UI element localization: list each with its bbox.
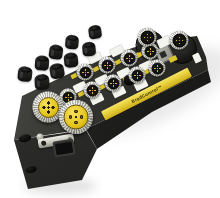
protective-cap: [17, 66, 33, 83]
yellow-socket-insert: [38, 97, 59, 118]
port-pin-face: [151, 62, 163, 74]
port-pin-face: [101, 59, 113, 71]
yellow-pin-insert: [64, 105, 89, 130]
protective-cap: [49, 62, 66, 80]
m12-bus-port: [138, 28, 157, 47]
power-connector-male: [59, 100, 93, 134]
m12-io-port: [149, 60, 166, 77]
protective-cap: [63, 52, 78, 68]
protective-cap: [82, 41, 96, 56]
product-photo-scene: BradControl™: [0, 0, 220, 198]
port-pin-face: [79, 66, 91, 78]
m12-io-port: [129, 67, 146, 84]
connector-recess: [52, 138, 75, 157]
port-pin-face: [107, 77, 119, 89]
protective-cap: [34, 74, 50, 91]
protective-cap: [65, 34, 79, 49]
m12-io-port: [121, 50, 138, 67]
m12-io-port: [99, 57, 116, 74]
port-pin-face: [86, 84, 98, 96]
port-pin-face: [131, 69, 143, 81]
protective-cap: [88, 24, 103, 39]
m12-bus-port: [170, 31, 189, 50]
m12-io-port: [77, 64, 94, 81]
port-pin-face: [144, 45, 156, 57]
port-pin-face: [123, 52, 135, 64]
protective-cap: [48, 44, 64, 60]
port-pin-face: [172, 33, 186, 47]
port-pin-face: [140, 30, 154, 44]
protective-cap: [34, 55, 49, 71]
m12-io-port: [84, 82, 101, 99]
m12-io-port: [105, 75, 122, 92]
